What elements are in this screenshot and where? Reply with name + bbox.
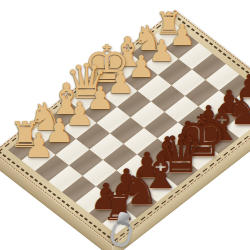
piece-white-pawn[interactable]: ♟ — [23, 129, 53, 163]
chess-set-photo: ♜♞♝♛♚♝♞♜♟♟♟♟♟♟♟♟♟♟♟♟♟♟♟♟♜♞♝♛♚♝♞♜ — [0, 0, 250, 250]
